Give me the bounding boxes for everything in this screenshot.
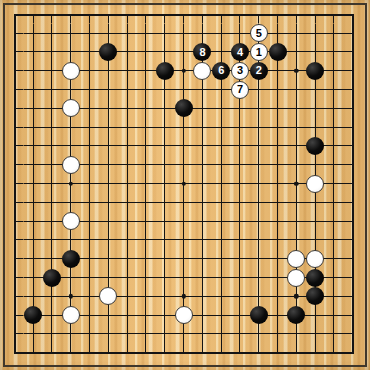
board-cell[interactable] [43,343,62,362]
board-cell[interactable] [343,231,362,250]
board-cell[interactable] [5,343,24,362]
board-cell[interactable] [306,61,325,80]
board-cell[interactable] [24,343,43,362]
board-cell[interactable] [325,212,344,231]
board-cell[interactable] [118,306,137,325]
board-cell[interactable] [268,80,287,99]
board-cell[interactable] [99,43,118,62]
board-cell[interactable] [325,268,344,287]
board-cell[interactable] [231,118,250,137]
board-cell[interactable] [155,5,174,24]
board-cell[interactable] [80,5,99,24]
board-cell[interactable] [155,249,174,268]
board-cell[interactable] [99,118,118,137]
board-cell[interactable] [43,193,62,212]
board-cell[interactable] [325,155,344,174]
board-cell[interactable] [24,212,43,231]
board-cell[interactable] [43,43,62,62]
board-cell[interactable] [306,287,325,306]
board-cell[interactable] [24,24,43,43]
board-cell[interactable] [231,193,250,212]
board-cell[interactable] [99,287,118,306]
board-cell[interactable] [5,231,24,250]
board-cell[interactable] [5,306,24,325]
board-cell[interactable] [212,99,231,118]
board-cell[interactable] [287,61,306,80]
board-cell[interactable] [155,43,174,62]
board-cell[interactable] [231,174,250,193]
board-cell[interactable] [193,99,212,118]
board-cell[interactable] [43,268,62,287]
board-cell[interactable] [137,287,156,306]
board-cell[interactable] [80,61,99,80]
board-cell[interactable] [306,306,325,325]
board-cell[interactable] [343,343,362,362]
board-cell[interactable] [24,137,43,156]
board-cell[interactable] [212,268,231,287]
board-cell[interactable] [174,231,193,250]
board-cell[interactable] [231,325,250,344]
board-cell[interactable] [61,118,80,137]
board-cell[interactable] [5,249,24,268]
board-cell[interactable] [118,212,137,231]
board-cell[interactable] [80,80,99,99]
board-cell[interactable] [155,137,174,156]
board-cell[interactable] [80,287,99,306]
board-cell[interactable] [118,249,137,268]
board-cell[interactable] [80,268,99,287]
board-cell[interactable] [155,80,174,99]
board-cell[interactable] [5,5,24,24]
board-cell[interactable] [193,306,212,325]
board-cell[interactable] [193,343,212,362]
board-cell[interactable] [5,325,24,344]
board-cell[interactable] [249,212,268,231]
board-cell[interactable] [212,287,231,306]
board-cell[interactable] [174,5,193,24]
board-cell[interactable] [325,24,344,43]
board-cell[interactable] [212,155,231,174]
board-cell[interactable] [99,212,118,231]
board-cell[interactable] [5,268,24,287]
board-cell[interactable] [43,212,62,231]
board-cell[interactable] [287,212,306,231]
board-cell[interactable] [24,99,43,118]
board-cell[interactable] [212,231,231,250]
board-cell[interactable] [43,249,62,268]
board-cell[interactable] [155,268,174,287]
board-cell[interactable] [80,193,99,212]
board-cell[interactable] [287,137,306,156]
board-cell[interactable] [137,24,156,43]
board-cell[interactable] [249,268,268,287]
board-cell[interactable] [118,118,137,137]
board-cell[interactable] [24,231,43,250]
board-cell[interactable] [43,99,62,118]
board-cell[interactable] [118,5,137,24]
board-cell[interactable] [174,137,193,156]
board-cell[interactable] [24,287,43,306]
board-cell[interactable] [155,287,174,306]
board-cell[interactable] [287,343,306,362]
board-cell[interactable] [268,212,287,231]
board-cell[interactable] [231,155,250,174]
board-cell[interactable] [212,80,231,99]
board-cell[interactable] [118,61,137,80]
board-cell[interactable] [5,212,24,231]
board-cell[interactable] [118,287,137,306]
board-cell[interactable] [268,249,287,268]
board-cell[interactable] [137,325,156,344]
board-cell[interactable] [61,137,80,156]
board-cell[interactable] [118,137,137,156]
board-cell[interactable] [287,174,306,193]
board-cell[interactable] [174,325,193,344]
board-cell[interactable] [5,137,24,156]
board-cell[interactable] [155,118,174,137]
board-cell[interactable] [212,212,231,231]
board-cell[interactable] [43,306,62,325]
board-cell[interactable] [231,287,250,306]
board-cell[interactable] [99,249,118,268]
board-cell[interactable] [99,155,118,174]
board-cell[interactable] [61,212,80,231]
board-cell[interactable] [174,24,193,43]
board-cell[interactable] [43,137,62,156]
board-cell[interactable]: 6 [212,61,231,80]
board-cell[interactable] [325,5,344,24]
board-cell[interactable] [212,343,231,362]
board-cell[interactable] [268,137,287,156]
board-cell[interactable] [193,155,212,174]
board-cell[interactable] [61,24,80,43]
board-cell[interactable] [5,155,24,174]
board-cell[interactable] [155,193,174,212]
board-cell[interactable] [212,306,231,325]
board-cell[interactable] [118,174,137,193]
board-cell[interactable] [212,249,231,268]
board-cell[interactable] [99,24,118,43]
board-cell[interactable] [287,24,306,43]
board-cell[interactable] [231,231,250,250]
board-cell[interactable] [137,137,156,156]
board-cell[interactable] [306,5,325,24]
board-cell[interactable] [61,155,80,174]
board-cell[interactable] [268,118,287,137]
board-cell[interactable] [193,137,212,156]
board-cell[interactable] [80,155,99,174]
board-cell[interactable] [99,343,118,362]
board-cell[interactable] [80,212,99,231]
board-cell[interactable] [249,343,268,362]
board-cell[interactable] [174,343,193,362]
board-cell[interactable] [193,24,212,43]
board-cell[interactable] [61,249,80,268]
board-cell[interactable] [61,61,80,80]
board-cell[interactable] [5,287,24,306]
board-cell[interactable] [268,61,287,80]
board-cell[interactable] [137,61,156,80]
board-cell[interactable] [99,137,118,156]
board-cell[interactable] [137,249,156,268]
board-cell[interactable] [212,137,231,156]
board-cell[interactable]: 8 [193,43,212,62]
board-cell[interactable] [287,5,306,24]
board-cell[interactable] [306,43,325,62]
board-cell[interactable] [343,325,362,344]
board-cell[interactable] [61,99,80,118]
board-cell[interactable] [137,212,156,231]
board-cell[interactable] [155,231,174,250]
board-cell[interactable] [5,80,24,99]
board-cell[interactable] [174,193,193,212]
board-cell[interactable] [5,61,24,80]
board-cell[interactable] [249,287,268,306]
board-cell[interactable] [137,343,156,362]
board-cell[interactable] [325,61,344,80]
board-cell[interactable] [212,43,231,62]
board-cell[interactable] [5,43,24,62]
board-cell[interactable] [287,287,306,306]
board-cell[interactable] [99,99,118,118]
board-cell[interactable] [174,80,193,99]
board-cell[interactable] [268,231,287,250]
board-cell[interactable] [137,306,156,325]
board-cell[interactable] [325,99,344,118]
board-cell[interactable] [80,43,99,62]
board-cell[interactable] [193,231,212,250]
board-cell[interactable] [287,155,306,174]
board-cell[interactable] [325,325,344,344]
board-cell[interactable] [174,212,193,231]
board-cell[interactable] [137,80,156,99]
board-cell[interactable] [24,155,43,174]
board-cell[interactable] [118,43,137,62]
board-cell[interactable] [174,155,193,174]
board-cell[interactable] [43,118,62,137]
board-cell[interactable] [212,325,231,344]
board-cell[interactable] [118,325,137,344]
board-cell[interactable] [24,43,43,62]
board-cell[interactable] [287,99,306,118]
board-cell[interactable] [325,249,344,268]
board-cell[interactable] [287,193,306,212]
board-cell[interactable] [137,174,156,193]
board-cell[interactable] [174,174,193,193]
board-cell[interactable] [325,80,344,99]
board-cell[interactable] [43,325,62,344]
board-cell[interactable] [80,118,99,137]
board-cell[interactable] [174,268,193,287]
board-cell[interactable] [99,61,118,80]
board-cell[interactable] [61,5,80,24]
board-cell[interactable] [249,193,268,212]
board-cell[interactable]: 4 [231,43,250,62]
board-cell[interactable] [80,99,99,118]
board-cell[interactable] [80,137,99,156]
board-cell[interactable] [24,61,43,80]
board-cell[interactable] [174,249,193,268]
board-cell[interactable] [193,118,212,137]
board-cell[interactable] [287,80,306,99]
board-cell[interactable] [268,287,287,306]
board-cell[interactable] [343,24,362,43]
board-cell[interactable] [212,118,231,137]
board-cell[interactable] [5,193,24,212]
board-cell[interactable] [306,99,325,118]
board-cell[interactable] [99,174,118,193]
board-cell[interactable]: 7 [231,80,250,99]
board-cell[interactable] [306,155,325,174]
board-cell[interactable] [43,155,62,174]
board-cell[interactable] [249,80,268,99]
board-cell[interactable] [155,99,174,118]
board-cell[interactable] [193,5,212,24]
board-cell[interactable] [137,43,156,62]
board-cell[interactable] [212,174,231,193]
board-cell[interactable] [61,193,80,212]
board-cell[interactable] [306,174,325,193]
board-cell[interactable] [343,249,362,268]
board-cell[interactable] [343,306,362,325]
board-cell[interactable] [287,306,306,325]
board-cell[interactable] [193,174,212,193]
board-cell[interactable] [137,231,156,250]
board-cell[interactable] [137,99,156,118]
board-cell[interactable] [193,80,212,99]
board-cell[interactable] [343,137,362,156]
board-cell[interactable] [325,287,344,306]
board-cell[interactable] [306,268,325,287]
board-cell[interactable] [43,80,62,99]
board-cell[interactable] [99,80,118,99]
board-cell[interactable] [61,231,80,250]
board-cell[interactable] [155,174,174,193]
board-cell[interactable] [61,325,80,344]
board-cell[interactable] [80,249,99,268]
board-cell[interactable] [61,80,80,99]
board-cell[interactable] [80,231,99,250]
board-cell[interactable] [155,325,174,344]
board-cell[interactable] [137,155,156,174]
board-cell[interactable] [43,5,62,24]
board-cell[interactable] [61,287,80,306]
board-cell[interactable] [155,306,174,325]
board-cell[interactable] [249,231,268,250]
board-cell[interactable] [231,249,250,268]
board-cell[interactable] [325,193,344,212]
board-cell[interactable] [193,287,212,306]
board-cell[interactable] [268,343,287,362]
board-cell[interactable] [231,137,250,156]
board-cell[interactable]: 3 [231,61,250,80]
board-cell[interactable] [325,137,344,156]
board-cell[interactable] [24,118,43,137]
board-cell[interactable] [99,325,118,344]
board-cell[interactable] [174,99,193,118]
board-cell[interactable] [174,118,193,137]
board-cell[interactable] [193,249,212,268]
board-cell[interactable] [343,99,362,118]
board-cell[interactable] [212,24,231,43]
board-cell[interactable] [61,306,80,325]
board-cell[interactable] [99,268,118,287]
board-cell[interactable] [343,155,362,174]
board-cell[interactable] [268,43,287,62]
board-cell[interactable] [193,61,212,80]
board-cell[interactable] [306,212,325,231]
board-cell[interactable] [343,174,362,193]
board-cell[interactable] [43,287,62,306]
board-cell[interactable] [193,268,212,287]
board-cell[interactable] [268,306,287,325]
board-cell[interactable]: 5 [249,24,268,43]
board-cell[interactable] [306,325,325,344]
board-cell[interactable] [155,24,174,43]
board-cell[interactable] [24,306,43,325]
board-cell[interactable] [24,249,43,268]
board-cell[interactable] [137,118,156,137]
board-cell[interactable] [61,43,80,62]
board-cell[interactable] [231,268,250,287]
board-cell[interactable] [306,343,325,362]
board-cell[interactable] [61,174,80,193]
board-cell[interactable] [268,325,287,344]
board-cell[interactable] [325,118,344,137]
board-cell[interactable] [155,212,174,231]
board-cell[interactable] [343,43,362,62]
board-cell[interactable]: 1 [249,43,268,62]
board-cell[interactable] [343,5,362,24]
board-cell[interactable] [118,155,137,174]
board-cell[interactable] [325,174,344,193]
board-cell[interactable] [193,193,212,212]
board-cell[interactable] [268,24,287,43]
board-cell[interactable] [287,268,306,287]
board-cell[interactable] [287,231,306,250]
board-cell[interactable] [193,212,212,231]
board-cell[interactable] [80,343,99,362]
board-cell[interactable] [118,99,137,118]
board-cell[interactable] [5,174,24,193]
board-cell[interactable] [24,193,43,212]
board-cell[interactable] [174,287,193,306]
board-cell[interactable] [249,325,268,344]
board-cell[interactable] [268,174,287,193]
board-cell[interactable] [24,5,43,24]
board-cell[interactable] [61,268,80,287]
board-cell[interactable] [306,249,325,268]
board-cell[interactable] [80,325,99,344]
board-cell[interactable] [231,5,250,24]
board-cell[interactable] [118,268,137,287]
board-cell[interactable] [343,287,362,306]
board-cell[interactable] [249,118,268,137]
board-cell[interactable] [155,343,174,362]
board-cell[interactable] [5,118,24,137]
board-cell[interactable] [231,212,250,231]
board-cell[interactable] [155,61,174,80]
board-cell[interactable] [325,306,344,325]
board-cell[interactable] [118,80,137,99]
board-cell[interactable] [249,137,268,156]
board-cell[interactable] [43,24,62,43]
board-cell[interactable] [287,118,306,137]
board-cell[interactable] [24,268,43,287]
board-cell[interactable] [343,61,362,80]
board-cell[interactable] [24,174,43,193]
board-cell[interactable] [343,80,362,99]
